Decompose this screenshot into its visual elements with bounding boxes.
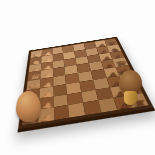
square[interactable]: [53, 105, 69, 120]
square[interactable]: ♟: [40, 69, 53, 79]
large-carved-piece-right-corner[interactable]: [119, 70, 142, 106]
black-queen[interactable]: ♛: [109, 59, 136, 68]
square[interactable]: [65, 65, 78, 75]
large-carved-piece-left-corner[interactable]: [16, 91, 41, 122]
square[interactable]: [68, 103, 85, 118]
gold-cylinder-base: [124, 91, 137, 105]
square[interactable]: [83, 100, 101, 115]
chess-set-photo: ♜♟♟♜♞♟♟♞♝♟♟♝♛♟♟♛♚♟♟♚♝♟♟♝♞♟♟♞♜♟♟♜: [0, 0, 155, 155]
